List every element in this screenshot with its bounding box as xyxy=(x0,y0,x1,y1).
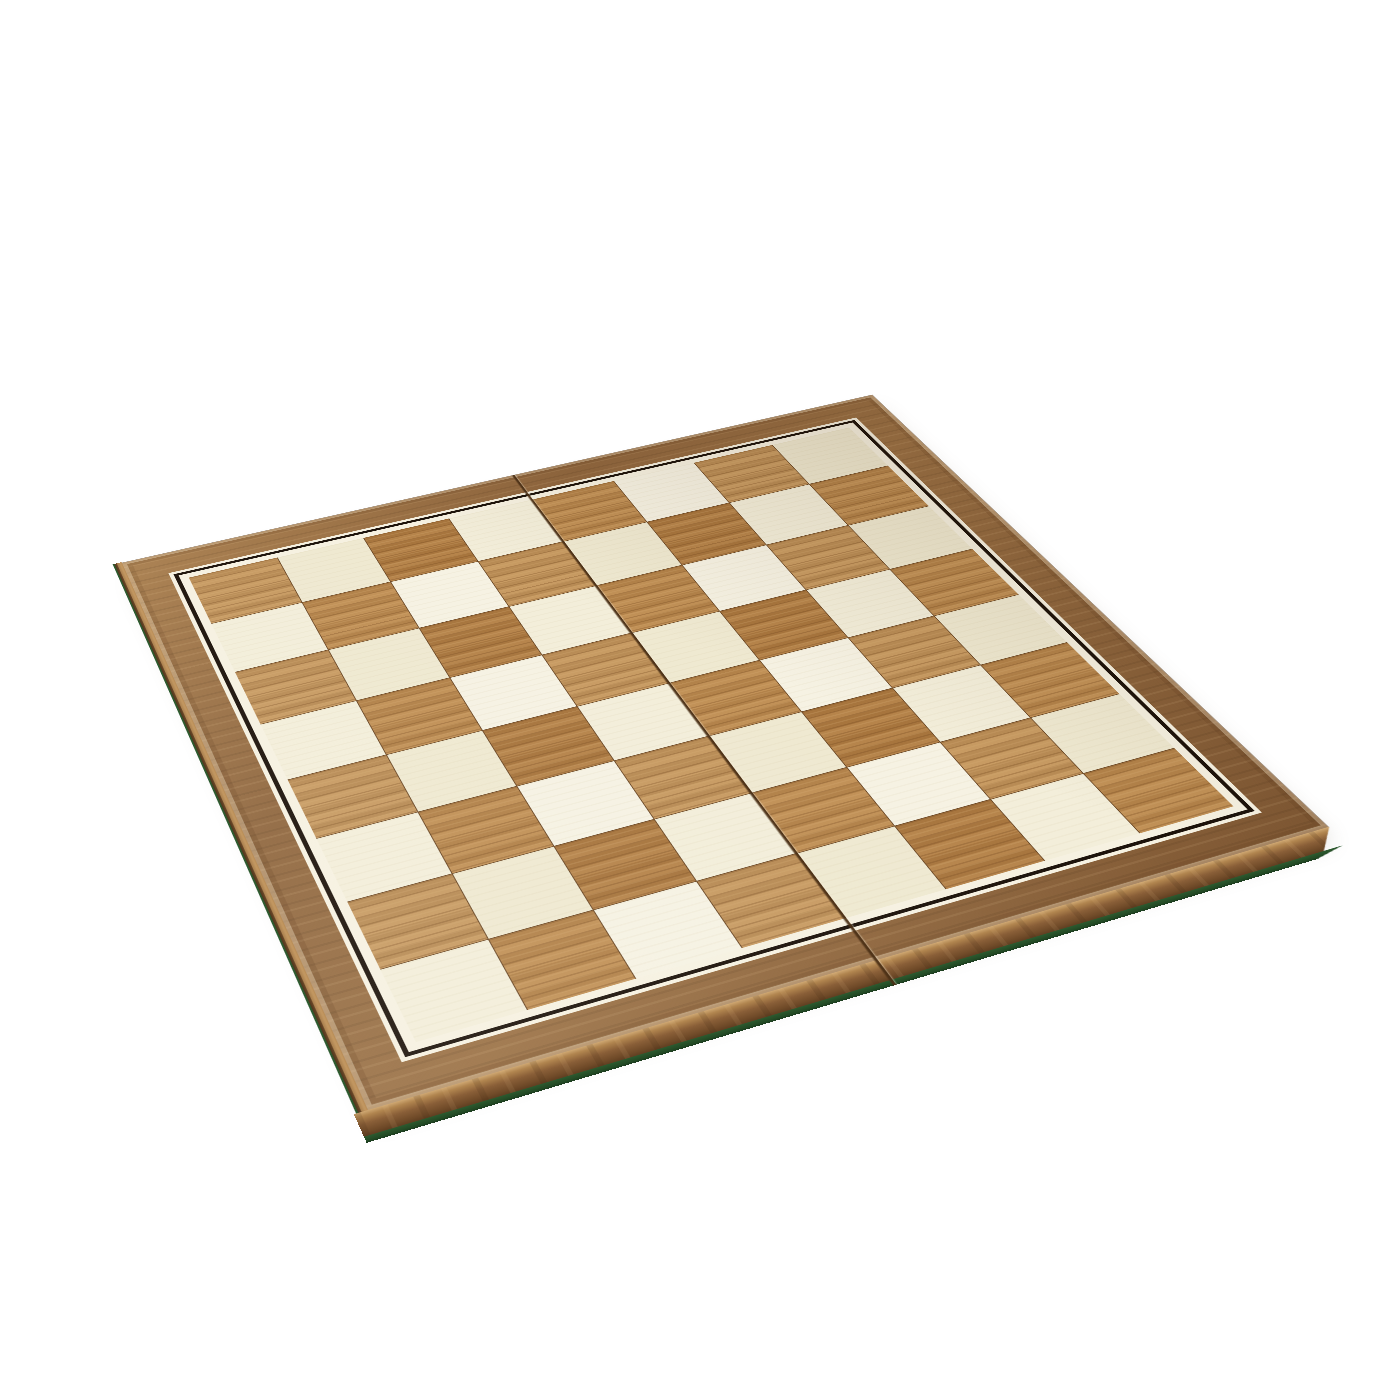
board-field xyxy=(189,427,1234,1042)
product-photo-scene xyxy=(0,0,1400,1400)
